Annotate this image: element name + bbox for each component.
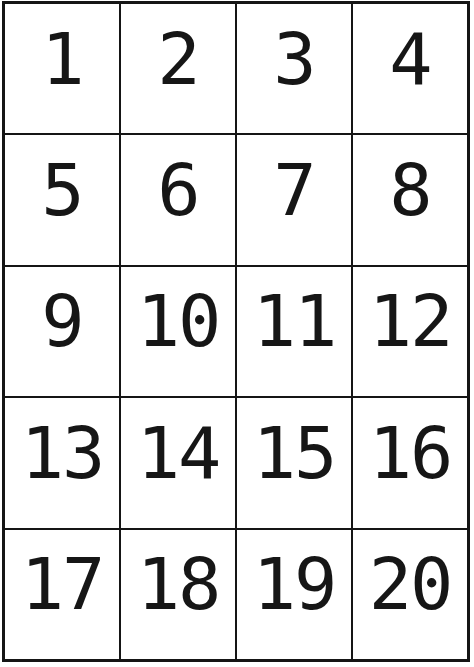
cell-15-number: 15	[253, 417, 336, 489]
cell-5: 5	[5, 135, 119, 264]
cell-9: 9	[5, 267, 119, 396]
cell-13-number: 13	[21, 417, 104, 489]
cell-3-number: 3	[273, 23, 314, 95]
cell-18-number: 18	[137, 548, 220, 620]
cell-16: 16	[353, 398, 467, 527]
cell-1-number: 1	[41, 23, 82, 95]
cell-6-number: 6	[157, 154, 198, 226]
cell-12: 12	[353, 267, 467, 396]
cell-3: 3	[237, 4, 351, 133]
cell-14: 14	[121, 398, 235, 527]
cell-18: 18	[121, 530, 235, 659]
cell-19-number: 19	[253, 548, 336, 620]
cell-19: 19	[237, 530, 351, 659]
cell-16-number: 16	[369, 417, 452, 489]
cell-17: 17	[5, 530, 119, 659]
cell-6: 6	[121, 135, 235, 264]
cell-15: 15	[237, 398, 351, 527]
cell-7-number: 7	[273, 154, 314, 226]
cell-5-number: 5	[41, 154, 82, 226]
cell-10: 10	[121, 267, 235, 396]
cell-20-number: 20	[369, 548, 452, 620]
cell-8-number: 8	[389, 154, 430, 226]
cell-9-number: 9	[41, 285, 82, 357]
number-chart-grid: 1 2 3 4 5 6 7 8 9 10 11 12 13 14 15 16 1…	[2, 1, 470, 662]
cell-7: 7	[237, 135, 351, 264]
cell-11: 11	[237, 267, 351, 396]
cell-20: 20	[353, 530, 467, 659]
cell-11-number: 11	[253, 285, 336, 357]
cell-12-number: 12	[369, 285, 452, 357]
cell-14-number: 14	[137, 417, 220, 489]
cell-1: 1	[5, 4, 119, 133]
cell-8: 8	[353, 135, 467, 264]
cell-13: 13	[5, 398, 119, 527]
cell-4-number: 4	[389, 23, 430, 95]
cell-17-number: 17	[21, 548, 104, 620]
cell-4: 4	[353, 4, 467, 133]
cell-10-number: 10	[137, 285, 220, 357]
cell-2-number: 2	[157, 23, 198, 95]
cell-2: 2	[121, 4, 235, 133]
